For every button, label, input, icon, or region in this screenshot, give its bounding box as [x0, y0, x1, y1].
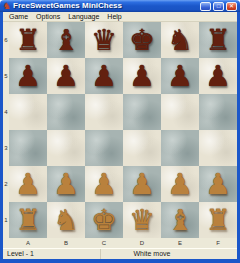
square-d5[interactable]: ♟ — [123, 58, 161, 94]
menu-bar: GameOptionsLanguageHelp — [3, 12, 237, 22]
square-a4[interactable] — [9, 94, 47, 130]
file-label-a: A — [9, 238, 47, 248]
square-e6[interactable]: ♞ — [161, 22, 199, 58]
square-e1[interactable]: ♝ — [161, 202, 199, 238]
file-labels: ABCDEF — [3, 238, 237, 248]
square-c2[interactable]: ♟ — [85, 166, 123, 202]
maximize-button[interactable]: □ — [213, 2, 224, 11]
maximize-icon: □ — [217, 3, 221, 9]
square-d6[interactable]: ♚ — [123, 22, 161, 58]
close-button[interactable]: ✕ — [226, 2, 237, 11]
square-b3[interactable] — [47, 130, 85, 166]
square-e5[interactable]: ♟ — [161, 58, 199, 94]
white-knight[interactable]: ♞ — [47, 202, 85, 238]
black-king[interactable]: ♚ — [123, 22, 161, 58]
square-d2[interactable]: ♟ — [123, 166, 161, 202]
menu-language[interactable]: Language — [64, 12, 103, 21]
window-title: FreeSweetGames MiniChess — [13, 0, 198, 12]
square-c3[interactable] — [85, 130, 123, 166]
square-c5[interactable]: ♟ — [85, 58, 123, 94]
square-c6[interactable]: ♛ — [85, 22, 123, 58]
app-window: ♞ FreeSweetGames MiniChess _ □ ✕ GameOpt… — [0, 0, 240, 263]
black-pawn[interactable]: ♟ — [85, 58, 123, 94]
black-pawn[interactable]: ♟ — [47, 58, 85, 94]
square-c1[interactable]: ♚ — [85, 202, 123, 238]
file-label-b: B — [47, 238, 85, 248]
square-e2[interactable]: ♟ — [161, 166, 199, 202]
square-d3[interactable] — [123, 130, 161, 166]
square-a6[interactable]: ♜ — [9, 22, 47, 58]
square-c4[interactable] — [85, 94, 123, 130]
status-bar: Level - 1 White move — [3, 248, 237, 259]
black-bishop[interactable]: ♝ — [47, 22, 85, 58]
window-body: GameOptionsLanguageHelp 654321 ♜♝♛♚♞♜♟♟♟… — [0, 12, 240, 263]
square-f5[interactable]: ♟ — [199, 58, 237, 94]
white-king[interactable]: ♚ — [85, 202, 123, 238]
black-rook[interactable]: ♜ — [199, 22, 237, 58]
square-b4[interactable] — [47, 94, 85, 130]
square-f4[interactable] — [199, 94, 237, 130]
black-knight[interactable]: ♞ — [161, 22, 199, 58]
square-e4[interactable] — [161, 94, 199, 130]
menu-game[interactable]: Game — [5, 12, 32, 21]
white-pawn[interactable]: ♟ — [9, 166, 47, 202]
square-a2[interactable]: ♟ — [9, 166, 47, 202]
square-f3[interactable] — [199, 130, 237, 166]
black-pawn[interactable]: ♟ — [199, 58, 237, 94]
status-turn: White move — [101, 249, 237, 259]
white-bishop[interactable]: ♝ — [161, 202, 199, 238]
app-icon: ♞ — [3, 2, 11, 11]
square-b1[interactable]: ♞ — [47, 202, 85, 238]
square-b6[interactable]: ♝ — [47, 22, 85, 58]
status-level: Level - 1 — [3, 249, 101, 259]
title-bar[interactable]: ♞ FreeSweetGames MiniChess _ □ ✕ — [0, 0, 240, 12]
minimize-icon: _ — [204, 5, 207, 11]
close-icon: ✕ — [229, 3, 234, 9]
square-a3[interactable] — [9, 130, 47, 166]
white-pawn[interactable]: ♟ — [161, 166, 199, 202]
file-label-d: D — [123, 238, 161, 248]
black-rook[interactable]: ♜ — [9, 22, 47, 58]
white-pawn[interactable]: ♟ — [123, 166, 161, 202]
square-d4[interactable] — [123, 94, 161, 130]
square-f1[interactable]: ♜ — [199, 202, 237, 238]
white-queen[interactable]: ♛ — [123, 202, 161, 238]
square-b5[interactable]: ♟ — [47, 58, 85, 94]
white-pawn[interactable]: ♟ — [199, 166, 237, 202]
board-grid: ♜♝♛♚♞♜♟♟♟♟♟♟♟♟♟♟♟♟♜♞♚♛♝♜ — [9, 22, 237, 238]
square-b2[interactable]: ♟ — [47, 166, 85, 202]
black-queen[interactable]: ♛ — [85, 22, 123, 58]
black-pawn[interactable]: ♟ — [123, 58, 161, 94]
square-d1[interactable]: ♛ — [123, 202, 161, 238]
white-rook[interactable]: ♜ — [199, 202, 237, 238]
white-pawn[interactable]: ♟ — [85, 166, 123, 202]
white-pawn[interactable]: ♟ — [47, 166, 85, 202]
file-label-f: F — [199, 238, 237, 248]
white-rook[interactable]: ♜ — [9, 202, 47, 238]
square-f6[interactable]: ♜ — [199, 22, 237, 58]
menu-options[interactable]: Options — [32, 12, 64, 21]
file-label-e: E — [161, 238, 199, 248]
board-area: 654321 ♜♝♛♚♞♜♟♟♟♟♟♟♟♟♟♟♟♟♜♞♚♛♝♜ — [3, 22, 237, 238]
square-a5[interactable]: ♟ — [9, 58, 47, 94]
minimize-button[interactable]: _ — [200, 2, 211, 11]
square-f2[interactable]: ♟ — [199, 166, 237, 202]
menu-help[interactable]: Help — [103, 12, 125, 21]
file-label-c: C — [85, 238, 123, 248]
black-pawn[interactable]: ♟ — [161, 58, 199, 94]
square-e3[interactable] — [161, 130, 199, 166]
square-a1[interactable]: ♜ — [9, 202, 47, 238]
black-pawn[interactable]: ♟ — [9, 58, 47, 94]
